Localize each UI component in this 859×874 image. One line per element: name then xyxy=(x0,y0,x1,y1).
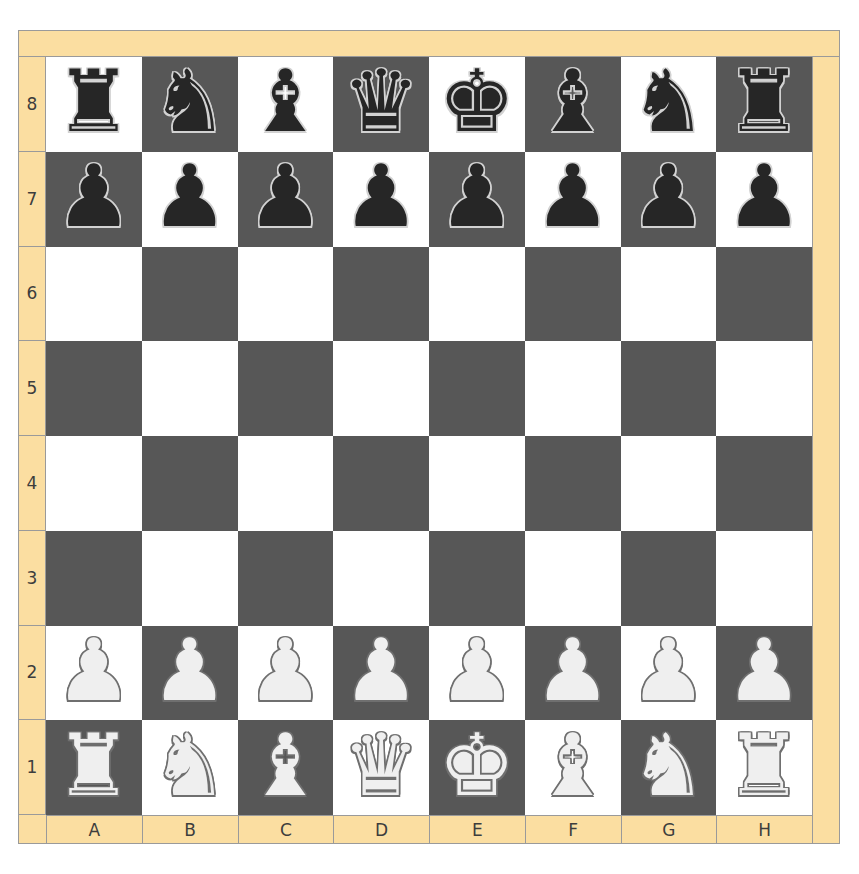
piece-white-rook-a1[interactable]: ♜ xyxy=(55,722,132,808)
square-b1[interactable]: ♞ xyxy=(142,720,238,815)
piece-white-pawn-e2[interactable]: ♟ xyxy=(438,627,515,713)
square-h3[interactable] xyxy=(716,531,812,626)
square-f4[interactable] xyxy=(525,436,621,531)
square-e8[interactable]: ♚ xyxy=(429,57,525,152)
square-a8[interactable]: ♜ xyxy=(46,57,142,152)
chess-app-canvas: 8♜♞♝♛♚♝♞♜7♟♟♟♟♟♟♟♟65432♟♟♟♟♟♟♟♟1♜♞♝♛♚♝♞♜… xyxy=(0,0,859,874)
square-g3[interactable] xyxy=(621,531,717,626)
file-label-d: D xyxy=(333,815,429,843)
piece-white-pawn-c2[interactable]: ♟ xyxy=(247,627,324,713)
board-frame-bottom-left-corner xyxy=(19,815,46,843)
rank-label-2: 2 xyxy=(19,626,46,721)
square-b4[interactable] xyxy=(142,436,238,531)
square-e1[interactable]: ♚ xyxy=(429,720,525,815)
piece-white-pawn-h2[interactable]: ♟ xyxy=(726,627,803,713)
rank-label-1: 1 xyxy=(19,720,46,815)
square-g7[interactable]: ♟ xyxy=(621,152,717,247)
square-b7[interactable]: ♟ xyxy=(142,152,238,247)
piece-black-rook-h8[interactable]: ♜ xyxy=(726,58,803,144)
square-f6[interactable] xyxy=(525,247,621,342)
square-a2[interactable]: ♟ xyxy=(46,626,142,721)
square-h7[interactable]: ♟ xyxy=(716,152,812,247)
square-c7[interactable]: ♟ xyxy=(238,152,334,247)
square-f1[interactable]: ♝ xyxy=(525,720,621,815)
square-e2[interactable]: ♟ xyxy=(429,626,525,721)
square-f7[interactable]: ♟ xyxy=(525,152,621,247)
square-e3[interactable] xyxy=(429,531,525,626)
piece-white-pawn-f2[interactable]: ♟ xyxy=(534,627,611,713)
square-c3[interactable] xyxy=(238,531,334,626)
square-e4[interactable] xyxy=(429,436,525,531)
piece-black-queen-d8[interactable]: ♛ xyxy=(343,58,420,144)
square-h5[interactable] xyxy=(716,341,812,436)
square-g8[interactable]: ♞ xyxy=(621,57,717,152)
square-d3[interactable] xyxy=(333,531,429,626)
rank-label-4: 4 xyxy=(19,436,46,531)
square-f2[interactable]: ♟ xyxy=(525,626,621,721)
square-c2[interactable]: ♟ xyxy=(238,626,334,721)
rank-label-8: 8 xyxy=(19,57,46,152)
piece-black-pawn-e7[interactable]: ♟ xyxy=(438,153,515,239)
piece-black-bishop-c8[interactable]: ♝ xyxy=(247,58,324,144)
rank-label-7: 7 xyxy=(19,152,46,247)
square-c6[interactable] xyxy=(238,247,334,342)
square-h4[interactable] xyxy=(716,436,812,531)
square-h6[interactable] xyxy=(716,247,812,342)
file-label-g: G xyxy=(621,815,717,843)
chess-board-frame: 8♜♞♝♛♚♝♞♜7♟♟♟♟♟♟♟♟65432♟♟♟♟♟♟♟♟1♜♞♝♛♚♝♞♜… xyxy=(18,30,840,844)
square-a7[interactable]: ♟ xyxy=(46,152,142,247)
square-e5[interactable] xyxy=(429,341,525,436)
piece-white-knight-b1[interactable]: ♞ xyxy=(151,722,228,808)
piece-white-pawn-a2[interactable]: ♟ xyxy=(55,627,132,713)
piece-black-rook-a8[interactable]: ♜ xyxy=(55,58,132,144)
square-g2[interactable]: ♟ xyxy=(621,626,717,721)
square-e6[interactable] xyxy=(429,247,525,342)
square-g6[interactable] xyxy=(621,247,717,342)
piece-white-rook-h1[interactable]: ♜ xyxy=(726,722,803,808)
square-g1[interactable]: ♞ xyxy=(621,720,717,815)
piece-white-knight-g1[interactable]: ♞ xyxy=(630,722,707,808)
square-h8[interactable]: ♜ xyxy=(716,57,812,152)
square-a1[interactable]: ♜ xyxy=(46,720,142,815)
square-a6[interactable] xyxy=(46,247,142,342)
square-f5[interactable] xyxy=(525,341,621,436)
square-h2[interactable]: ♟ xyxy=(716,626,812,721)
file-label-h: H xyxy=(716,815,812,843)
square-h1[interactable]: ♜ xyxy=(716,720,812,815)
square-c8[interactable]: ♝ xyxy=(238,57,334,152)
square-a4[interactable] xyxy=(46,436,142,531)
board-frame-top-strip xyxy=(19,31,839,57)
piece-black-pawn-d7[interactable]: ♟ xyxy=(343,153,420,239)
square-b3[interactable] xyxy=(142,531,238,626)
file-label-a: A xyxy=(46,815,142,843)
square-d6[interactable] xyxy=(333,247,429,342)
piece-white-queen-d1[interactable]: ♛ xyxy=(343,722,420,808)
rank-label-3: 3 xyxy=(19,531,46,626)
piece-white-bishop-f1[interactable]: ♝ xyxy=(534,722,611,808)
piece-white-king-e1[interactable]: ♚ xyxy=(438,722,515,808)
square-g4[interactable] xyxy=(621,436,717,531)
square-c4[interactable] xyxy=(238,436,334,531)
piece-black-bishop-f8[interactable]: ♝ xyxy=(534,58,611,144)
square-d5[interactable] xyxy=(333,341,429,436)
square-d7[interactable]: ♟ xyxy=(333,152,429,247)
piece-black-pawn-a7[interactable]: ♟ xyxy=(55,153,132,239)
square-f8[interactable]: ♝ xyxy=(525,57,621,152)
square-d2[interactable]: ♟ xyxy=(333,626,429,721)
square-d4[interactable] xyxy=(333,436,429,531)
piece-white-bishop-c1[interactable]: ♝ xyxy=(247,722,324,808)
piece-white-pawn-g2[interactable]: ♟ xyxy=(630,627,707,713)
square-c5[interactable] xyxy=(238,341,334,436)
square-b8[interactable]: ♞ xyxy=(142,57,238,152)
square-g5[interactable] xyxy=(621,341,717,436)
square-b5[interactable] xyxy=(142,341,238,436)
square-b2[interactable]: ♟ xyxy=(142,626,238,721)
file-label-b: B xyxy=(142,815,238,843)
square-c1[interactable]: ♝ xyxy=(238,720,334,815)
file-label-f: F xyxy=(525,815,621,843)
square-b6[interactable] xyxy=(142,247,238,342)
piece-black-knight-g8[interactable]: ♞ xyxy=(630,58,707,144)
file-label-e: E xyxy=(429,815,525,843)
piece-black-pawn-c7[interactable]: ♟ xyxy=(247,153,324,239)
rank-label-6: 6 xyxy=(19,247,46,342)
piece-black-king-e8[interactable]: ♚ xyxy=(438,58,515,144)
rank-label-5: 5 xyxy=(19,341,46,436)
square-a3[interactable] xyxy=(46,531,142,626)
piece-black-pawn-g7[interactable]: ♟ xyxy=(630,153,707,239)
file-label-c: C xyxy=(238,815,334,843)
square-d8[interactable]: ♛ xyxy=(333,57,429,152)
piece-black-pawn-f7[interactable]: ♟ xyxy=(534,153,611,239)
square-d1[interactable]: ♛ xyxy=(333,720,429,815)
piece-black-pawn-h7[interactable]: ♟ xyxy=(726,153,803,239)
piece-black-knight-b8[interactable]: ♞ xyxy=(151,58,228,144)
square-a5[interactable] xyxy=(46,341,142,436)
square-f3[interactable] xyxy=(525,531,621,626)
board-frame-right-strip xyxy=(812,57,839,843)
piece-white-pawn-b2[interactable]: ♟ xyxy=(151,627,228,713)
square-e7[interactable]: ♟ xyxy=(429,152,525,247)
piece-white-pawn-d2[interactable]: ♟ xyxy=(343,627,420,713)
piece-black-pawn-b7[interactable]: ♟ xyxy=(151,153,228,239)
